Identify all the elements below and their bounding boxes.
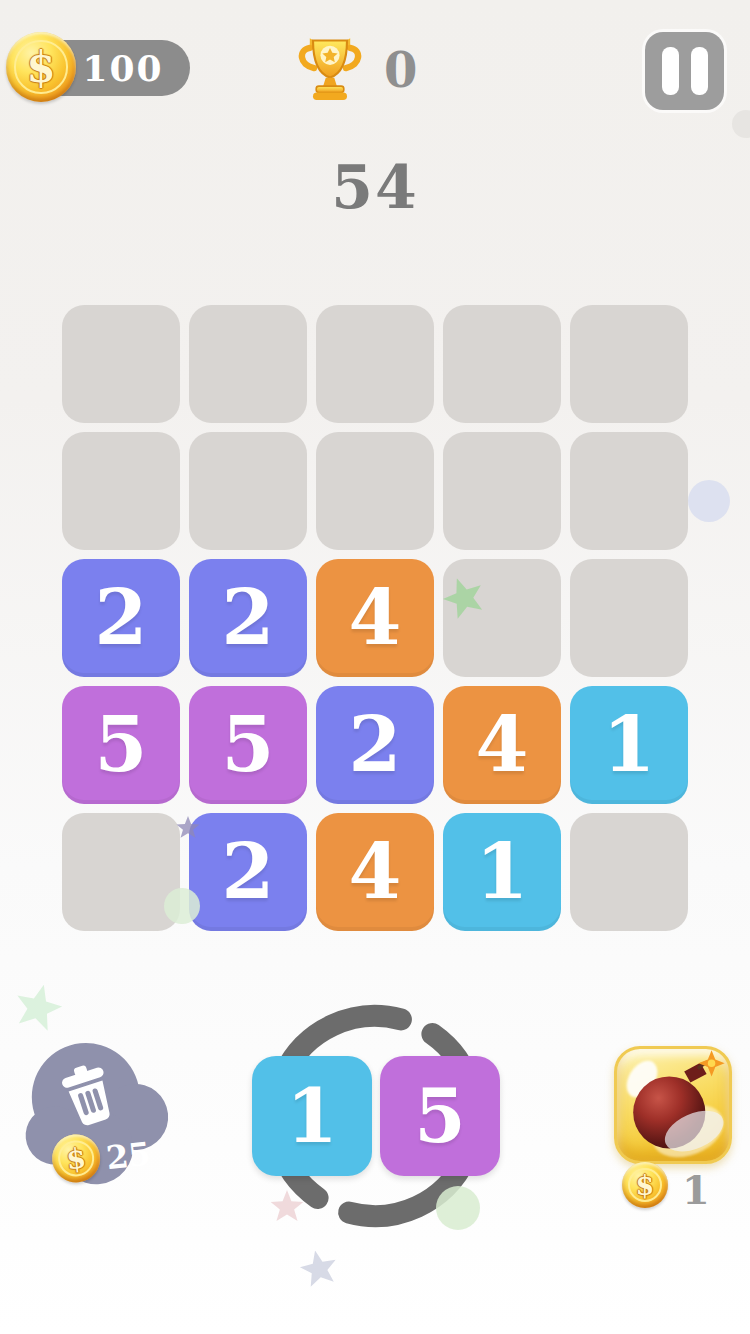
grid-cell-tile-1[interactable]: 1	[443, 813, 561, 931]
grid-cell-tile-1[interactable]: 1	[570, 686, 688, 804]
tile-number: 2	[222, 834, 275, 910]
dollar-glyph: $	[65, 1141, 88, 1176]
dollar-glyph: $	[26, 43, 55, 92]
trash-button[interactable]: $ 25	[14, 1033, 179, 1203]
board: 22455241241	[62, 305, 688, 931]
dollar-glyph: $	[636, 1170, 655, 1201]
grid-cell-empty[interactable]	[443, 432, 561, 550]
tile-number: 5	[95, 707, 148, 783]
trash-cost: 25	[104, 1135, 152, 1177]
coin-icon: $	[6, 32, 76, 102]
tile-number: 2	[222, 580, 275, 656]
grid-cell-empty[interactable]	[62, 432, 180, 550]
bomb-button[interactable]	[614, 1046, 732, 1164]
queue-tile-5[interactable]: 5	[380, 1056, 500, 1176]
confetti-dot	[688, 480, 730, 522]
grid-cell-empty[interactable]	[570, 559, 688, 677]
tile-number: 1	[286, 1079, 338, 1153]
queue-tiles: 15	[252, 1056, 500, 1176]
tile-number: 4	[349, 580, 402, 656]
bomb-count: 1	[682, 1166, 710, 1213]
tile-number: 5	[414, 1079, 466, 1153]
confetti-star	[9, 979, 67, 1037]
pause-button[interactable]	[645, 32, 724, 110]
coin-icon: $	[622, 1162, 668, 1208]
grid-cell-empty[interactable]	[570, 813, 688, 931]
grid-cell-empty[interactable]	[570, 305, 688, 423]
bomb-icon	[617, 1049, 729, 1161]
tile-number: 4	[349, 834, 402, 910]
confetti-star	[296, 1246, 341, 1291]
grid-cell-tile-2[interactable]: 2	[62, 559, 180, 677]
tile-number: 2	[95, 580, 148, 656]
score-display: 54	[0, 152, 750, 222]
tile-number: 5	[222, 707, 275, 783]
trophy-icon	[296, 32, 364, 102]
tile-number: 1	[476, 834, 529, 910]
grid-cell-empty[interactable]	[62, 305, 180, 423]
grid-cell-empty[interactable]	[443, 305, 561, 423]
pause-icon	[662, 47, 679, 95]
grid-cell-empty[interactable]	[570, 432, 688, 550]
tile-number: 2	[349, 707, 402, 783]
confetti-dot	[732, 110, 750, 138]
grid-cell-empty[interactable]	[189, 432, 307, 550]
grid-cell-empty[interactable]	[316, 305, 434, 423]
grid-cell-tile-4[interactable]: 4	[316, 813, 434, 931]
tile-number: 1	[603, 707, 656, 783]
grid-cell-tile-5[interactable]: 5	[189, 686, 307, 804]
queue-tile-1[interactable]: 1	[252, 1056, 372, 1176]
grid-cell-tile-2[interactable]: 2	[316, 686, 434, 804]
tile-number: 4	[476, 707, 529, 783]
game-screen: 100 $ 0 54 22455241241	[0, 0, 750, 1334]
grid-cell-empty[interactable]	[62, 813, 180, 931]
grid-cell-tile-2[interactable]: 2	[189, 559, 307, 677]
grid-cell-tile-4[interactable]: 4	[443, 686, 561, 804]
grid-cell-empty[interactable]	[316, 432, 434, 550]
grid-cell-empty[interactable]	[443, 559, 561, 677]
pause-icon	[691, 47, 708, 95]
grid-cell-tile-4[interactable]: 4	[316, 559, 434, 677]
grid-cell-tile-5[interactable]: 5	[62, 686, 180, 804]
grid-cell-tile-2[interactable]: 2	[189, 813, 307, 931]
grid-cell-empty[interactable]	[189, 305, 307, 423]
trophy-count: 0	[384, 42, 417, 98]
